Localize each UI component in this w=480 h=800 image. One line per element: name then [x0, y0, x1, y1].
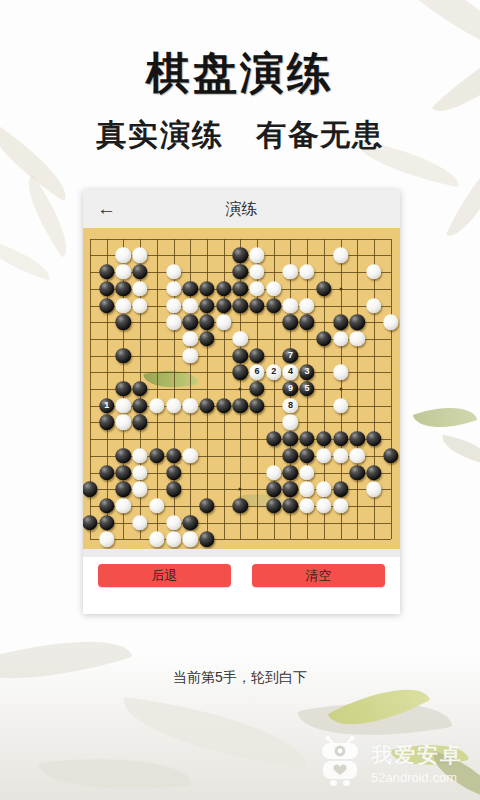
black-stone	[299, 448, 314, 463]
white-stone	[383, 314, 398, 329]
clear-button[interactable]: 清空	[252, 564, 385, 587]
white-stone	[132, 248, 147, 263]
star-point	[339, 388, 342, 391]
white-stone	[182, 448, 197, 463]
white-stone	[216, 314, 231, 329]
numbered-black-stone: 3	[299, 365, 314, 380]
black-stone	[182, 515, 197, 530]
white-stone	[149, 498, 164, 513]
black-stone	[299, 314, 314, 329]
black-stone	[99, 281, 114, 296]
black-stone	[132, 381, 147, 396]
black-stone	[182, 281, 197, 296]
black-stone	[316, 331, 331, 346]
white-stone	[166, 281, 181, 296]
black-stone	[349, 314, 364, 329]
white-stone	[166, 314, 181, 329]
white-stone	[283, 415, 298, 430]
white-stone	[333, 365, 348, 380]
white-stone	[299, 298, 314, 313]
white-stone	[299, 465, 314, 480]
black-stone	[316, 431, 331, 446]
white-stone	[366, 298, 381, 313]
white-stone	[349, 331, 364, 346]
white-stone	[166, 532, 181, 547]
black-stone	[233, 298, 248, 313]
numbered-white-stone: 2	[266, 365, 281, 380]
black-stone	[283, 448, 298, 463]
black-stone	[233, 365, 248, 380]
page-subtitle: 真实演练 有备无患	[0, 115, 480, 156]
black-stone	[216, 298, 231, 313]
watermark-site: 52android.com	[371, 770, 463, 785]
black-stone	[99, 515, 114, 530]
black-stone	[233, 248, 248, 263]
black-stone	[99, 465, 114, 480]
black-stone	[383, 448, 398, 463]
black-stone	[132, 398, 147, 413]
black-stone	[283, 314, 298, 329]
star-point	[239, 388, 242, 391]
white-stone	[116, 248, 131, 263]
black-stone	[116, 448, 131, 463]
white-stone	[333, 498, 348, 513]
grid-line-vertical	[391, 239, 392, 540]
white-stone	[116, 498, 131, 513]
black-stone	[199, 281, 214, 296]
black-stone	[333, 481, 348, 496]
numbered-white-stone: 4	[283, 365, 298, 380]
white-stone	[166, 298, 181, 313]
black-stone	[266, 481, 281, 496]
black-stone	[266, 431, 281, 446]
black-stone	[333, 314, 348, 329]
android-robot-icon	[318, 735, 364, 791]
black-stone	[99, 264, 114, 279]
white-stone	[116, 398, 131, 413]
numbered-black-stone: 7	[283, 348, 298, 363]
black-stone	[199, 298, 214, 313]
move-status-text: 当前第5手，轮到白下	[0, 669, 480, 687]
button-row: 后退 清空	[83, 564, 400, 587]
black-stone	[283, 498, 298, 513]
white-stone	[299, 264, 314, 279]
white-stone	[249, 248, 264, 263]
white-stone	[149, 532, 164, 547]
app-header-title: 演练	[83, 199, 400, 220]
board-bottom-divider	[83, 549, 400, 557]
white-stone	[132, 298, 147, 313]
black-stone	[199, 314, 214, 329]
white-stone	[299, 481, 314, 496]
white-stone	[349, 448, 364, 463]
black-stone	[216, 398, 231, 413]
black-stone	[283, 431, 298, 446]
black-stone	[249, 398, 264, 413]
black-stone	[366, 431, 381, 446]
black-stone	[233, 348, 248, 363]
black-stone	[116, 481, 131, 496]
star-point	[239, 488, 242, 491]
black-stone	[166, 448, 181, 463]
numbered-white-stone: 6	[249, 365, 264, 380]
white-stone	[132, 281, 147, 296]
numbered-white-stone: 8	[283, 398, 298, 413]
black-stone	[233, 264, 248, 279]
bamboo-leaf-decoration	[439, 435, 480, 466]
white-stone	[132, 448, 147, 463]
bamboo-leaf-decoration	[0, 239, 55, 280]
black-stone	[116, 314, 131, 329]
white-stone	[333, 398, 348, 413]
black-stone	[349, 431, 364, 446]
white-stone	[166, 398, 181, 413]
white-stone	[316, 498, 331, 513]
black-stone	[283, 481, 298, 496]
white-stone	[182, 331, 197, 346]
black-stone	[99, 298, 114, 313]
black-stone	[83, 481, 98, 496]
black-stone	[316, 281, 331, 296]
white-stone	[166, 264, 181, 279]
site-watermark: 我爱安卓 52android.com	[318, 735, 463, 791]
black-stone	[233, 398, 248, 413]
back-arrow-icon[interactable]: ←	[97, 190, 116, 228]
white-stone	[132, 465, 147, 480]
white-stone	[316, 448, 331, 463]
black-stone	[199, 532, 214, 547]
black-stone	[199, 331, 214, 346]
black-stone	[166, 465, 181, 480]
white-stone	[249, 264, 264, 279]
page: { "page": { "title": "棋盘演练", "subtitle":…	[0, 0, 480, 800]
black-stone	[116, 381, 131, 396]
black-stone	[166, 481, 181, 496]
white-stone	[283, 298, 298, 313]
white-stone	[283, 264, 298, 279]
app-screenshot-card: ← 演练 762439518 后退 清空	[83, 190, 400, 614]
white-stone	[249, 281, 264, 296]
white-stone	[182, 532, 197, 547]
numbered-black-stone: 5	[299, 381, 314, 396]
black-stone	[216, 281, 231, 296]
white-stone	[99, 532, 114, 547]
bamboo-leaf-decoration	[15, 175, 81, 258]
white-stone	[166, 515, 181, 530]
white-stone	[266, 465, 281, 480]
white-stone	[182, 348, 197, 363]
go-board[interactable]: 762439518	[83, 228, 400, 549]
black-stone	[333, 431, 348, 446]
page-title: 棋盘演练	[0, 44, 480, 103]
white-stone	[132, 481, 147, 496]
black-stone	[249, 298, 264, 313]
grid-line-horizontal	[90, 539, 391, 540]
black-stone	[266, 498, 281, 513]
white-stone	[149, 398, 164, 413]
white-stone	[366, 481, 381, 496]
black-stone	[99, 498, 114, 513]
black-stone	[132, 264, 147, 279]
black-stone	[266, 298, 281, 313]
black-stone	[149, 448, 164, 463]
numbered-black-stone: 9	[283, 381, 298, 396]
watermark-name: 我爱安卓	[371, 741, 463, 769]
white-stone	[299, 498, 314, 513]
white-stone	[116, 264, 131, 279]
black-stone	[233, 281, 248, 296]
white-stone	[316, 481, 331, 496]
white-stone	[333, 248, 348, 263]
black-stone	[249, 348, 264, 363]
white-stone	[333, 331, 348, 346]
black-stone	[83, 515, 98, 530]
black-stone	[132, 415, 147, 430]
white-stone	[366, 264, 381, 279]
undo-button[interactable]: 后退	[98, 564, 231, 587]
black-stone	[233, 498, 248, 513]
black-stone	[182, 314, 197, 329]
black-stone	[116, 281, 131, 296]
bamboo-leaf-decoration	[413, 396, 478, 438]
black-stone	[249, 381, 264, 396]
black-stone	[199, 498, 214, 513]
white-stone	[132, 515, 147, 530]
black-stone	[299, 431, 314, 446]
black-stone	[366, 465, 381, 480]
grid-line-vertical	[357, 239, 358, 540]
white-stone	[266, 281, 281, 296]
app-header: ← 演练	[83, 190, 400, 228]
black-stone	[199, 398, 214, 413]
black-stone	[99, 415, 114, 430]
white-stone	[333, 448, 348, 463]
white-stone	[233, 331, 248, 346]
black-stone	[283, 465, 298, 480]
white-stone	[116, 298, 131, 313]
white-stone	[182, 398, 197, 413]
star-point	[339, 287, 342, 290]
numbered-black-stone: 1	[99, 398, 114, 413]
white-stone	[182, 298, 197, 313]
bamboo-leaf-decoration	[446, 149, 480, 245]
black-stone	[116, 465, 131, 480]
black-stone	[116, 348, 131, 363]
black-stone	[349, 465, 364, 480]
white-stone	[116, 415, 131, 430]
